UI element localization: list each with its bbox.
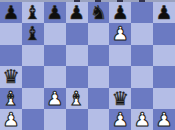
white-bishop-d3[interactable]: ♝ (68, 88, 85, 109)
square-c3[interactable]: ♟ (44, 88, 66, 109)
white-pawn-a2[interactable]: ♟ (2, 109, 19, 130)
black-bishop-b7[interactable]: ♝ (24, 2, 41, 23)
square-a2[interactable]: ♟ (0, 109, 22, 130)
white-pawn-f2[interactable]: ♟ (112, 109, 129, 130)
square-g6[interactable] (131, 23, 153, 44)
black-knight-e7[interactable]: ♞ (90, 2, 107, 23)
square-g3[interactable] (131, 88, 153, 109)
black-queen-f3[interactable]: ♛ (112, 88, 129, 109)
square-g5[interactable] (131, 45, 153, 66)
black-pawn-d7[interactable]: ♟ (68, 2, 85, 23)
square-e4[interactable] (88, 66, 110, 87)
square-g4[interactable] (131, 66, 153, 87)
chessboard-screenshot: ♟♝♟♟♞♟♟♝♟♛♝♟♝♛♟♟♟♟ (0, 0, 175, 130)
square-f6[interactable]: ♟ (109, 23, 131, 44)
square-b5[interactable] (22, 45, 44, 66)
square-e6[interactable] (88, 23, 110, 44)
square-a7[interactable]: ♟ (0, 2, 22, 23)
square-h7[interactable]: ♟ (153, 2, 175, 23)
black-pawn-a7[interactable]: ♟ (2, 2, 19, 23)
black-bishop-b6[interactable]: ♝ (24, 23, 41, 44)
square-b7[interactable]: ♝ (22, 2, 44, 23)
square-b4[interactable] (22, 66, 44, 87)
white-pawn-g2[interactable]: ♟ (134, 109, 151, 130)
chess-board[interactable]: ♟♝♟♟♞♟♟♝♟♛♝♟♝♛♟♟♟♟ (0, 2, 175, 130)
square-d4[interactable] (66, 66, 88, 87)
square-g2[interactable]: ♟ (131, 109, 153, 130)
black-pawn-c7[interactable]: ♟ (46, 2, 63, 23)
square-h5[interactable] (153, 45, 175, 66)
square-c7[interactable]: ♟ (44, 2, 66, 23)
square-h4[interactable] (153, 66, 175, 87)
square-c5[interactable] (44, 45, 66, 66)
square-f3[interactable]: ♛ (109, 88, 131, 109)
square-c6[interactable] (44, 23, 66, 44)
square-e5[interactable] (88, 45, 110, 66)
square-b3[interactable] (22, 88, 44, 109)
square-f5[interactable] (109, 45, 131, 66)
black-pawn-f7[interactable]: ♟ (112, 2, 129, 23)
square-h2[interactable]: ♟ (153, 109, 175, 130)
white-pawn-f6[interactable]: ♟ (112, 23, 129, 44)
white-pawn-h2[interactable]: ♟ (156, 109, 173, 130)
black-queen-a4[interactable]: ♛ (2, 66, 19, 87)
square-e2[interactable] (88, 109, 110, 130)
square-c2[interactable] (44, 109, 66, 130)
square-f4[interactable] (109, 66, 131, 87)
square-b2[interactable] (22, 109, 44, 130)
square-e7[interactable]: ♞ (88, 2, 110, 23)
square-a4[interactable]: ♛ (0, 66, 22, 87)
square-f2[interactable]: ♟ (109, 109, 131, 130)
square-d3[interactable]: ♝ (66, 88, 88, 109)
square-b6[interactable]: ♝ (22, 23, 44, 44)
square-a3[interactable]: ♝ (0, 88, 22, 109)
square-d7[interactable]: ♟ (66, 2, 88, 23)
white-bishop-a3[interactable]: ♝ (2, 88, 19, 109)
square-d5[interactable] (66, 45, 88, 66)
square-a6[interactable] (0, 23, 22, 44)
square-e3[interactable] (88, 88, 110, 109)
square-d6[interactable] (66, 23, 88, 44)
square-h6[interactable] (153, 23, 175, 44)
square-a5[interactable] (0, 45, 22, 66)
black-pawn-h7[interactable]: ♟ (156, 2, 173, 23)
square-g7[interactable] (131, 2, 153, 23)
square-h3[interactable] (153, 88, 175, 109)
square-f7[interactable]: ♟ (109, 2, 131, 23)
white-pawn-c3[interactable]: ♟ (46, 88, 63, 109)
square-c4[interactable] (44, 66, 66, 87)
square-d2[interactable] (66, 109, 88, 130)
